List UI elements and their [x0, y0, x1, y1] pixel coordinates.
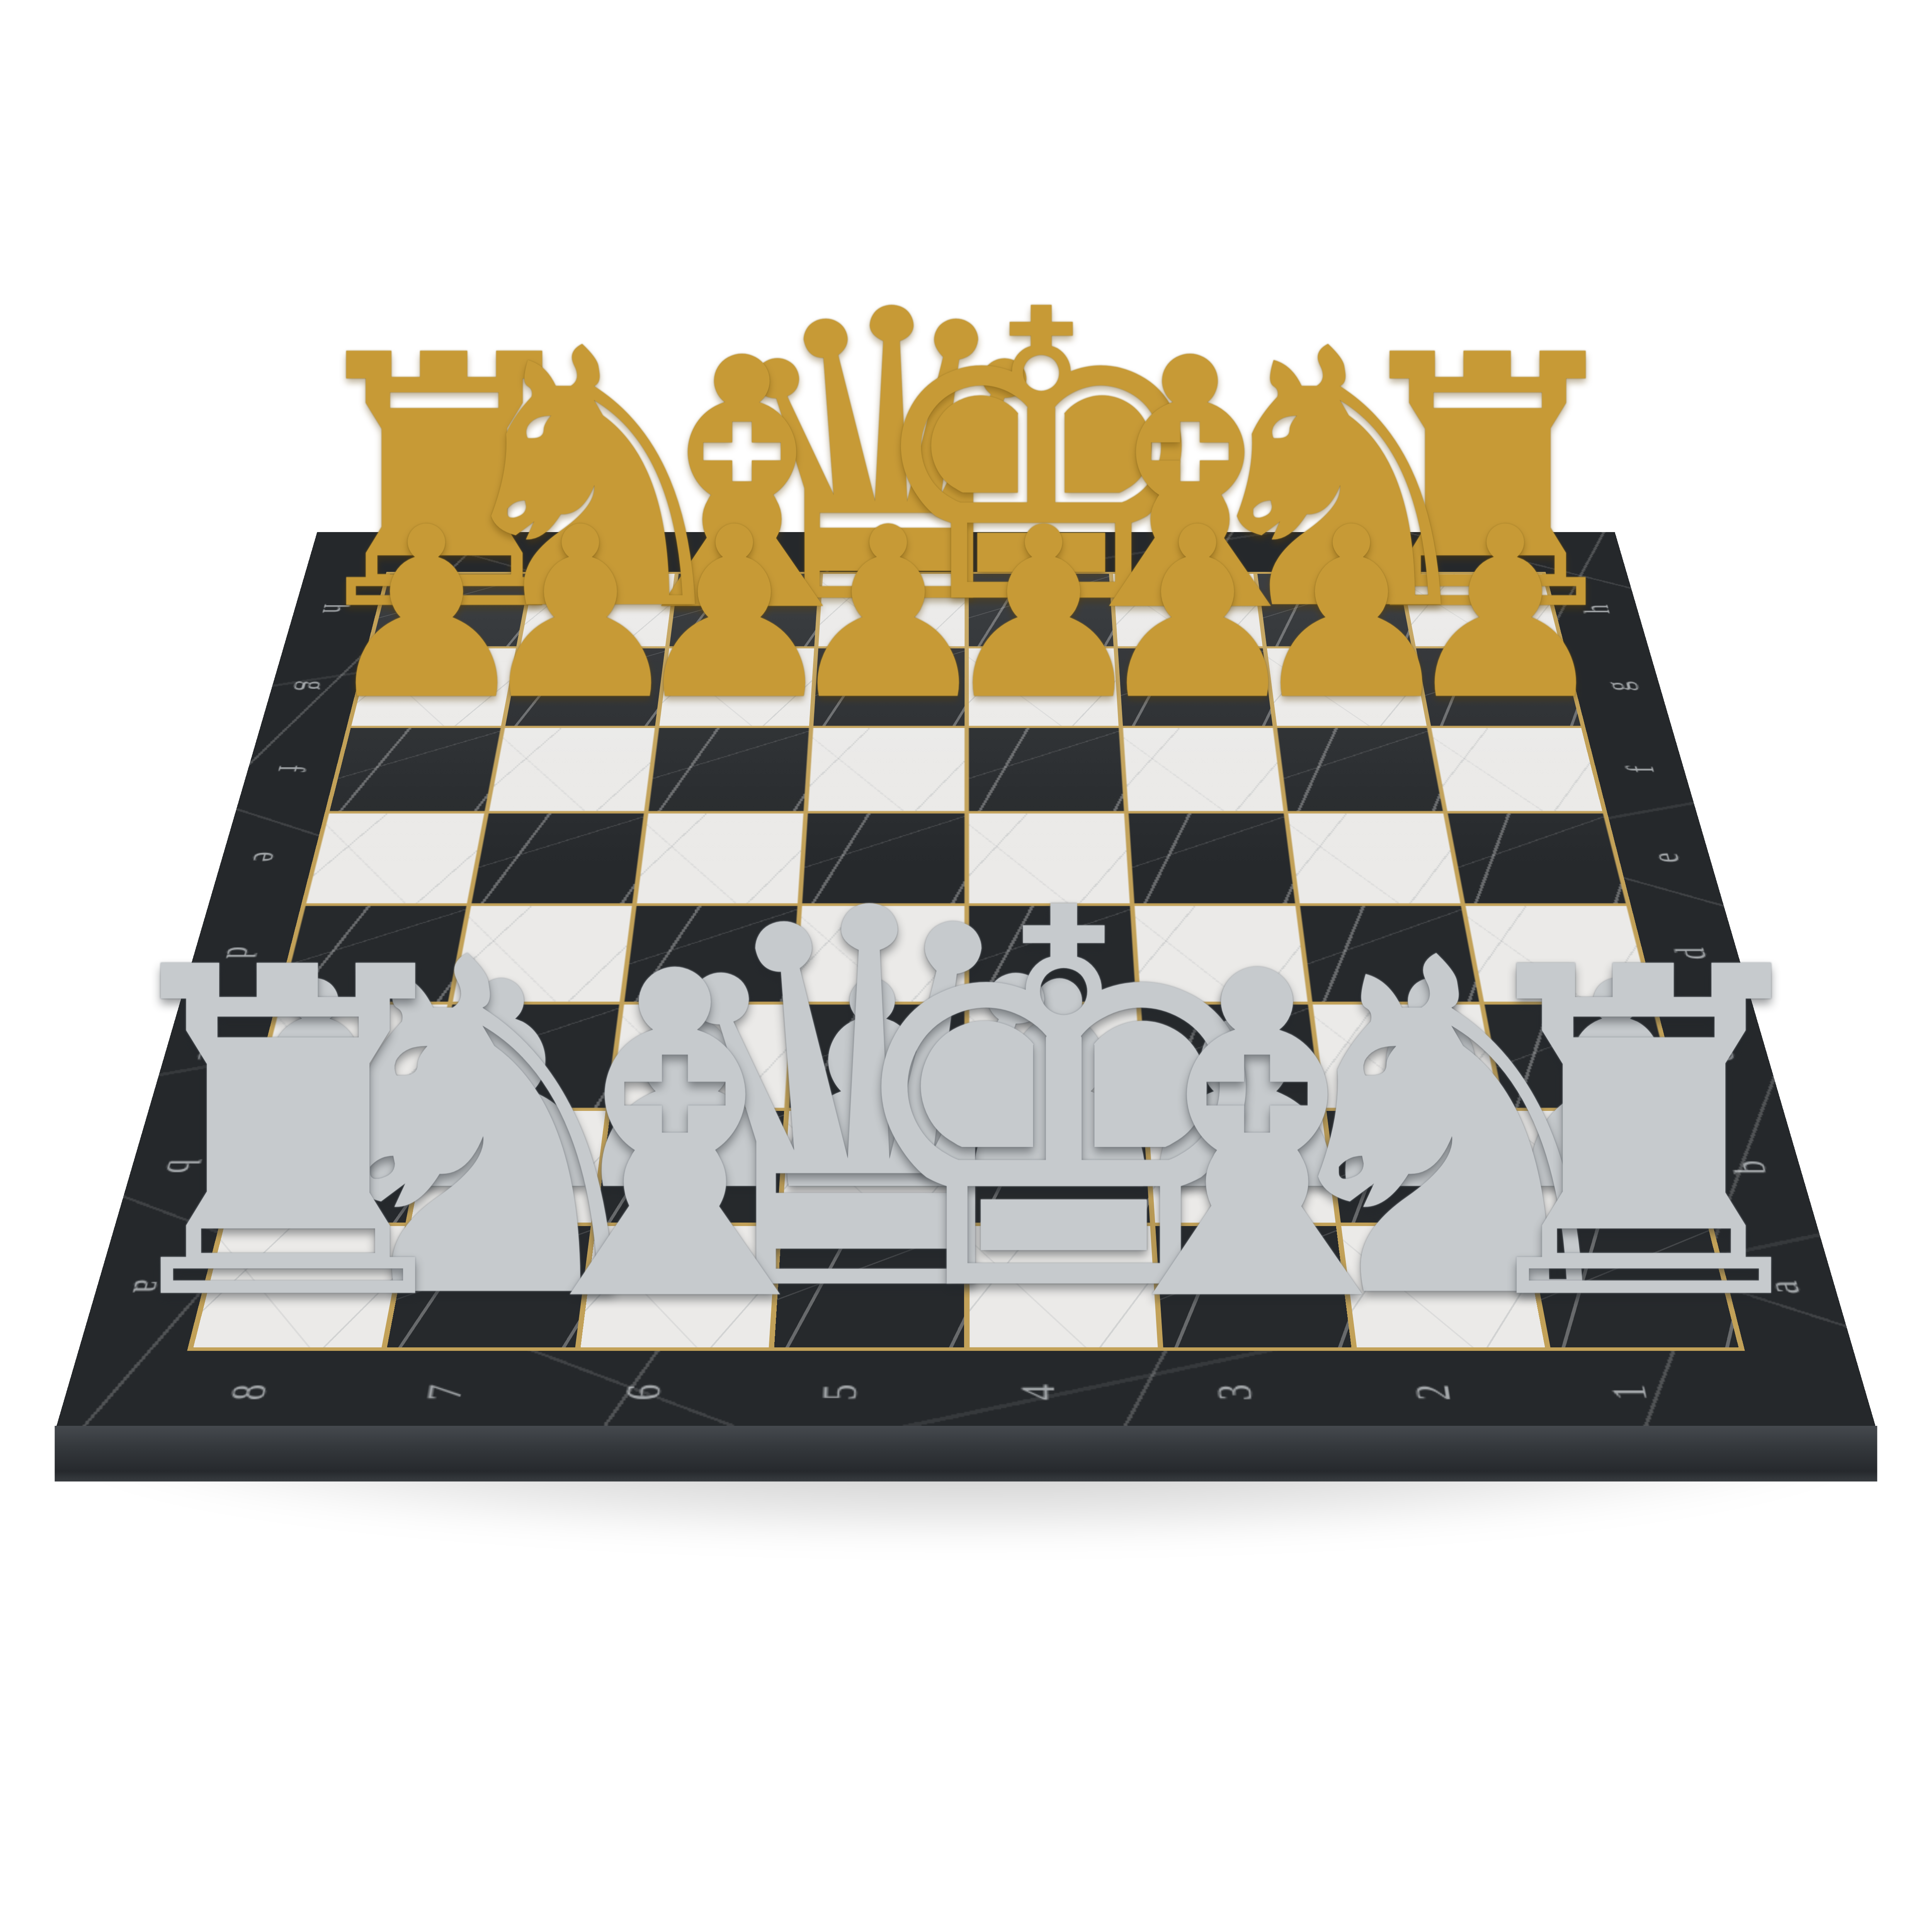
file-label-right-g: g: [1596, 681, 1641, 691]
square-r7c5[interactable]: ♝: [1155, 1226, 1351, 1347]
silver-rook-piece[interactable]: ♜: [1441, 929, 1847, 1345]
rank-label-front-8: 8: [220, 1383, 279, 1400]
square-r2c0[interactable]: [330, 728, 501, 811]
file-label-right-f: f: [1618, 765, 1664, 772]
board-front-edge: [55, 1426, 1878, 1481]
square-r2c3[interactable]: [809, 728, 964, 811]
board-grid: ♜♞♝♛♚♝♞♜♟♟♟♟♟♟♟♟♟♟♟♟♟♟♟♟♜♞♝♛♚♝♞♜: [187, 572, 1745, 1351]
gold-pawn-piece[interactable]: ♟: [1400, 507, 1611, 724]
square-r2c5[interactable]: [1122, 728, 1283, 811]
square-r7c0[interactable]: ♜: [194, 1226, 405, 1347]
silver-bishop-piece[interactable]: ♝: [1056, 932, 1458, 1345]
silver-rook-piece[interactable]: ♜: [85, 929, 491, 1345]
file-label-left-f: f: [267, 765, 313, 772]
square-r2c7[interactable]: [1431, 728, 1602, 811]
marble-board-frame: ♜♞♝♛♚♝♞♜♟♟♟♟♟♟♟♟♟♟♟♟♟♟♟♟♜♞♝♛♚♝♞♜ hgfedcb…: [56, 532, 1875, 1426]
silver-bishop-piece[interactable]: ♝: [474, 932, 876, 1345]
rank-label-front-4: 4: [1011, 1383, 1067, 1400]
square-r2c6[interactable]: [1277, 728, 1443, 811]
file-label-right-h: h: [1576, 604, 1619, 613]
rank-label-front-5: 5: [814, 1383, 869, 1400]
product-photo-scene: ♜♞♝♛♚♝♞♜♟♟♟♟♟♟♟♟♟♟♟♟♟♟♟♟♜♞♝♛♚♝♞♜ hgfedcb…: [0, 0, 1932, 1932]
file-label-left-h: h: [313, 604, 356, 613]
square-r7c7[interactable]: ♜: [1527, 1226, 1738, 1347]
rank-label-front-6: 6: [616, 1383, 673, 1400]
rank-label-front-3: 3: [1208, 1383, 1265, 1400]
rank-label-front-1: 1: [1602, 1383, 1660, 1400]
square-r2c4[interactable]: [968, 728, 1124, 811]
rank-label-front-7: 7: [418, 1383, 476, 1400]
rank-label-front-2: 2: [1405, 1383, 1463, 1400]
square-r7c2[interactable]: ♝: [581, 1226, 777, 1347]
square-r2c1[interactable]: [489, 728, 655, 811]
file-label-left-g: g: [291, 681, 336, 691]
chess-board: ♜♞♝♛♚♝♞♜♟♟♟♟♟♟♟♟♟♟♟♟♟♟♟♟♜♞♝♛♚♝♞♜ hgfedcb…: [56, 532, 1875, 1426]
square-r1c7[interactable]: ♟: [1416, 648, 1580, 726]
square-r2c2[interactable]: [649, 728, 809, 811]
